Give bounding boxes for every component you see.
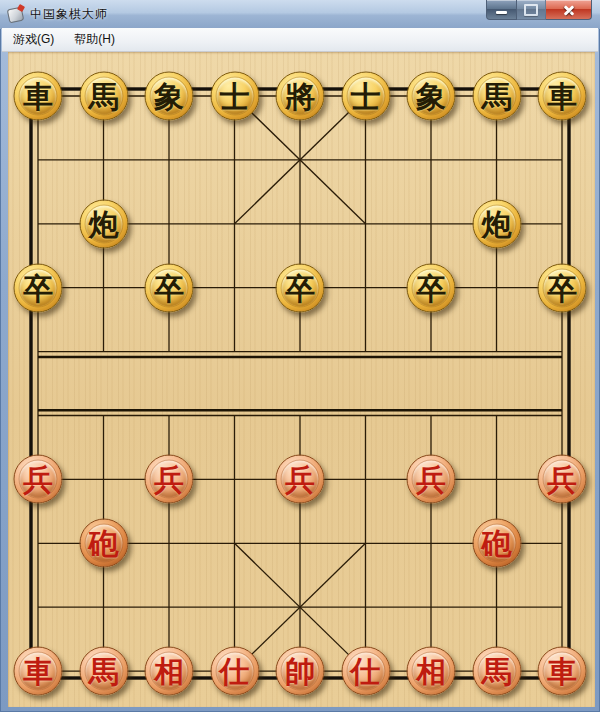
piece-red-soldier[interactable]: 兵 — [407, 455, 456, 504]
piece-red-soldier[interactable]: 兵 — [538, 455, 587, 504]
piece-glyph: 卒 — [285, 264, 315, 311]
menubar: 游戏(G) 帮助(H) — [2, 28, 598, 52]
piece-glyph: 車 — [547, 73, 577, 120]
piece-glyph: 帥 — [285, 648, 315, 695]
piece-glyph: 將 — [285, 73, 315, 120]
piece-black-chariot[interactable]: 車 — [538, 72, 587, 121]
piece-glyph: 象 — [154, 73, 184, 120]
piece-black-soldier[interactable]: 卒 — [145, 263, 194, 312]
menu-item-help[interactable]: 帮助(H) — [65, 28, 124, 51]
close-icon — [562, 3, 576, 17]
xiangqi-board[interactable]: 車馬象士將士象馬車炮炮卒卒卒卒卒兵兵兵兵兵砲砲車馬相仕帥仕相馬車 — [8, 52, 595, 707]
piece-black-advisor[interactable]: 士 — [341, 72, 390, 121]
piece-glyph: 砲 — [482, 520, 512, 567]
piece-black-soldier[interactable]: 卒 — [276, 263, 325, 312]
piece-glyph: 士 — [220, 73, 250, 120]
piece-black-elephant[interactable]: 象 — [145, 72, 194, 121]
maximize-button[interactable] — [517, 0, 546, 20]
piece-black-soldier[interactable]: 卒 — [407, 263, 456, 312]
piece-red-soldier[interactable]: 兵 — [145, 455, 194, 504]
app-icon[interactable] — [7, 5, 25, 23]
piece-glyph: 馬 — [89, 648, 119, 695]
piece-glyph: 車 — [547, 648, 577, 695]
close-button[interactable] — [546, 0, 592, 20]
piece-red-advisor[interactable]: 仕 — [210, 647, 259, 696]
piece-glyph: 兵 — [285, 456, 315, 503]
piece-black-soldier[interactable]: 卒 — [538, 263, 587, 312]
piece-red-general[interactable]: 帥 — [276, 647, 325, 696]
piece-red-cannon[interactable]: 砲 — [79, 519, 128, 568]
piece-glyph: 卒 — [154, 264, 184, 311]
piece-black-soldier[interactable]: 卒 — [14, 263, 63, 312]
piece-glyph: 仕 — [220, 648, 250, 695]
piece-glyph: 車 — [23, 73, 53, 120]
piece-red-elephant[interactable]: 相 — [145, 647, 194, 696]
piece-glyph: 馬 — [89, 73, 119, 120]
board-grid — [8, 52, 595, 707]
piece-red-horse[interactable]: 馬 — [472, 647, 521, 696]
piece-glyph: 卒 — [416, 264, 446, 311]
piece-glyph: 砲 — [89, 520, 119, 567]
piece-red-soldier[interactable]: 兵 — [14, 455, 63, 504]
piece-glyph: 士 — [351, 73, 381, 120]
maximize-icon — [524, 4, 538, 16]
titlebar: 中国象棋大师 — [0, 0, 600, 29]
menu-item-game[interactable]: 游戏(G) — [4, 28, 63, 51]
piece-black-cannon[interactable]: 炮 — [472, 199, 521, 248]
piece-black-advisor[interactable]: 士 — [210, 72, 259, 121]
piece-black-cannon[interactable]: 炮 — [79, 199, 128, 248]
piece-black-general[interactable]: 將 — [276, 72, 325, 121]
piece-red-chariot[interactable]: 車 — [538, 647, 587, 696]
minimize-icon — [496, 11, 507, 14]
piece-red-soldier[interactable]: 兵 — [276, 455, 325, 504]
piece-glyph: 相 — [416, 648, 446, 695]
piece-glyph: 相 — [154, 648, 184, 695]
piece-glyph: 兵 — [154, 456, 184, 503]
piece-black-horse[interactable]: 馬 — [472, 72, 521, 121]
piece-glyph: 兵 — [23, 456, 53, 503]
piece-glyph: 卒 — [23, 264, 53, 311]
piece-red-advisor[interactable]: 仕 — [341, 647, 390, 696]
piece-black-horse[interactable]: 馬 — [79, 72, 128, 121]
piece-glyph: 兵 — [547, 456, 577, 503]
window-controls — [486, 0, 592, 20]
piece-glyph: 車 — [23, 648, 53, 695]
app-window: 中国象棋大师 游戏(G) 帮助(H) — [0, 0, 600, 712]
piece-black-elephant[interactable]: 象 — [407, 72, 456, 121]
piece-glyph: 馬 — [482, 73, 512, 120]
window-title: 中国象棋大师 — [30, 6, 108, 23]
piece-red-cannon[interactable]: 砲 — [472, 519, 521, 568]
piece-glyph: 象 — [416, 73, 446, 120]
piece-red-chariot[interactable]: 車 — [14, 647, 63, 696]
piece-glyph: 炮 — [482, 200, 512, 247]
piece-red-elephant[interactable]: 相 — [407, 647, 456, 696]
piece-glyph: 卒 — [547, 264, 577, 311]
piece-glyph: 馬 — [482, 648, 512, 695]
minimize-button[interactable] — [486, 0, 517, 20]
piece-glyph: 炮 — [89, 200, 119, 247]
piece-glyph: 仕 — [351, 648, 381, 695]
piece-glyph: 兵 — [416, 456, 446, 503]
piece-black-chariot[interactable]: 車 — [14, 72, 63, 121]
piece-red-horse[interactable]: 馬 — [79, 647, 128, 696]
